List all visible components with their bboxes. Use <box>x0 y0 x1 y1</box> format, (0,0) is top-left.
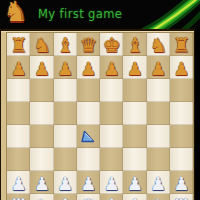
square-e8[interactable]: ♚ <box>100 33 123 56</box>
square-e1[interactable]: ♚ <box>100 194 123 200</box>
square-d3[interactable] <box>77 148 100 171</box>
piece-bp: ♟ <box>123 56 146 79</box>
piece-bn: ♞ <box>147 33 170 56</box>
square-f1[interactable]: ♝ <box>123 194 146 200</box>
square-g3[interactable] <box>147 148 170 171</box>
square-h2[interactable]: ♟ <box>170 171 193 194</box>
piece-bn: ♞ <box>30 33 53 56</box>
square-c2[interactable]: ♟ <box>54 171 77 194</box>
piece-bk: ♚ <box>100 33 123 56</box>
square-e5[interactable] <box>100 102 123 125</box>
piece-wr: ♜ <box>170 194 193 200</box>
square-e4[interactable] <box>100 125 123 148</box>
square-g1[interactable]: ♞ <box>147 194 170 200</box>
square-g6[interactable] <box>147 79 170 102</box>
square-d2[interactable]: ♟ <box>77 171 100 194</box>
header-bar: ♞ My first game <box>0 0 200 29</box>
square-d7[interactable]: ♟ <box>77 56 100 79</box>
piece-wb: ♝ <box>54 194 77 200</box>
piece-bp: ♟ <box>30 56 53 79</box>
piece-wp: ♟ <box>30 171 53 194</box>
square-b3[interactable] <box>30 148 53 171</box>
piece-wb: ♝ <box>123 194 146 200</box>
square-a3[interactable] <box>7 148 30 171</box>
piece-br: ♜ <box>7 33 30 56</box>
square-e2[interactable]: ♟ <box>100 171 123 194</box>
chess-board: ♜♞♝♛♚♝♞♜♟♟♟♟♟♟♟♟♟♟♟♟♟♟♟♟♜♞♝♛♚♝♞♜ <box>6 32 194 200</box>
square-d4[interactable] <box>77 125 100 148</box>
piece-bb: ♝ <box>123 33 146 56</box>
square-h6[interactable] <box>170 79 193 102</box>
game-title: My first game <box>38 7 122 21</box>
piece-wk: ♚ <box>100 194 123 200</box>
square-a8[interactable]: ♜ <box>7 33 30 56</box>
piece-wp: ♟ <box>7 171 30 194</box>
square-h8[interactable]: ♜ <box>170 33 193 56</box>
piece-wp: ♟ <box>54 171 77 194</box>
piece-wp: ♟ <box>123 171 146 194</box>
square-f5[interactable] <box>123 102 146 125</box>
square-a1[interactable]: ♜ <box>7 194 30 200</box>
piece-bb: ♝ <box>54 33 77 56</box>
square-f8[interactable]: ♝ <box>123 33 146 56</box>
square-h5[interactable] <box>170 102 193 125</box>
square-g7[interactable]: ♟ <box>147 56 170 79</box>
piece-bp: ♟ <box>170 56 193 79</box>
square-f4[interactable] <box>123 125 146 148</box>
square-f7[interactable]: ♟ <box>123 56 146 79</box>
square-b8[interactable]: ♞ <box>30 33 53 56</box>
piece-wn: ♞ <box>30 194 53 200</box>
square-a2[interactable]: ♟ <box>7 171 30 194</box>
square-c3[interactable] <box>54 148 77 171</box>
square-c8[interactable]: ♝ <box>54 33 77 56</box>
square-d1[interactable]: ♛ <box>77 194 100 200</box>
piece-wp: ♟ <box>77 171 100 194</box>
square-e6[interactable] <box>100 79 123 102</box>
square-b6[interactable] <box>30 79 53 102</box>
piece-bp: ♟ <box>100 56 123 79</box>
square-a7[interactable]: ♟ <box>7 56 30 79</box>
square-d8[interactable]: ♛ <box>77 33 100 56</box>
square-g4[interactable] <box>147 125 170 148</box>
square-b2[interactable]: ♟ <box>30 171 53 194</box>
piece-bp: ♟ <box>147 56 170 79</box>
square-c5[interactable] <box>54 102 77 125</box>
square-f6[interactable] <box>123 79 146 102</box>
square-g2[interactable]: ♟ <box>147 171 170 194</box>
green-swoosh-graphic <box>136 0 200 29</box>
square-h7[interactable]: ♟ <box>170 56 193 79</box>
board-frame: ♜♞♝♛♚♝♞♜♟♟♟♟♟♟♟♟♟♟♟♟♟♟♟♟♜♞♝♛♚♝♞♜ <box>0 29 195 200</box>
square-g5[interactable] <box>147 102 170 125</box>
square-e7[interactable]: ♟ <box>100 56 123 79</box>
square-c1[interactable]: ♝ <box>54 194 77 200</box>
piece-wn: ♞ <box>147 194 170 200</box>
piece-wr: ♜ <box>7 194 30 200</box>
square-b1[interactable]: ♞ <box>30 194 53 200</box>
square-h1[interactable]: ♜ <box>170 194 193 200</box>
square-c6[interactable] <box>54 79 77 102</box>
piece-wp: ♟ <box>100 171 123 194</box>
square-f2[interactable]: ♟ <box>123 171 146 194</box>
piece-br: ♜ <box>170 33 193 56</box>
square-d5[interactable] <box>77 102 100 125</box>
square-e3[interactable] <box>100 148 123 171</box>
square-a4[interactable] <box>7 125 30 148</box>
square-c4[interactable] <box>54 125 77 148</box>
square-b5[interactable] <box>30 102 53 125</box>
piece-bp: ♟ <box>77 56 100 79</box>
selection-cursor-icon[interactable] <box>81 129 95 142</box>
square-b4[interactable] <box>30 125 53 148</box>
piece-wq: ♛ <box>77 194 100 200</box>
square-c7[interactable]: ♟ <box>54 56 77 79</box>
square-h4[interactable] <box>170 125 193 148</box>
piece-bp: ♟ <box>54 56 77 79</box>
square-h3[interactable] <box>170 148 193 171</box>
knight-icon: ♞ <box>3 0 28 27</box>
square-a6[interactable] <box>7 79 30 102</box>
piece-bq: ♛ <box>77 33 100 56</box>
piece-bp: ♟ <box>7 56 30 79</box>
square-a5[interactable] <box>7 102 30 125</box>
square-f3[interactable] <box>123 148 146 171</box>
piece-wp: ♟ <box>147 171 170 194</box>
chess-app-window: ♞ My first game ♜♞♝♛♚♝♞♜♟♟♟♟♟♟♟♟♟♟♟♟♟♟♟♟… <box>0 0 200 200</box>
square-d6[interactable] <box>77 79 100 102</box>
piece-wp: ♟ <box>170 171 193 194</box>
square-b7[interactable]: ♟ <box>30 56 53 79</box>
square-g8[interactable]: ♞ <box>147 33 170 56</box>
